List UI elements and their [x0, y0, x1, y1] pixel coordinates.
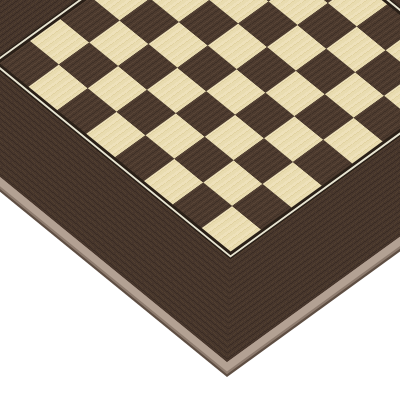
- chessboard: [0, 0, 400, 362]
- product-photo: [0, 0, 400, 400]
